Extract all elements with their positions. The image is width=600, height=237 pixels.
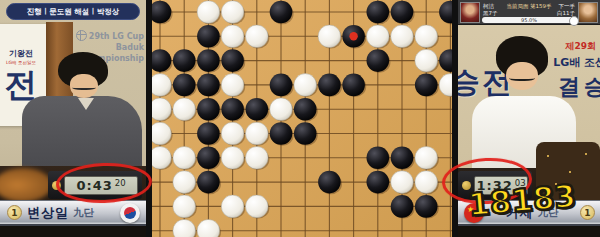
left-seat-badge: 1 [7,205,22,220]
left-bottom-strip [0,226,146,237]
event-edition: 제29회 [565,40,596,53]
right-seat-badge: 1 [580,205,595,220]
right-player-glasses [509,74,535,81]
event-final-word: 결승 [558,72,600,102]
ai-winrate-bar: 柯洁 黑7子 当前局面 第159手 下一手 白11子 95.0% [458,0,600,25]
cup-line1: 29th LG Cup [89,32,144,41]
ai-bar-right-photo [578,2,598,23]
left-player-rank: 九단 [73,206,94,220]
left-name-bar: 1 변상일 九단 [0,200,146,226]
go-board [152,0,452,237]
left-player-panel: 기왕전 LG배 조선일보 전 29th LG Cup Baduk Champio… [0,0,146,237]
board-panel [152,0,452,237]
ai-bar-right-text: 下一手 白11子 [557,3,575,16]
ai-winrate-progress: 95.0% [482,17,576,23]
left-player-name: 변상일 [27,204,69,222]
south-korea-flag-icon [120,203,140,223]
left-player-glasses [72,84,96,90]
globe-icon [76,30,87,41]
host-commentator-banner: 진행ㅣ문도원 해설ㅣ박정상 [6,3,140,20]
event-cup-line: LG배 조선 [553,55,600,70]
broadcast-frame: 기왕전 LG배 조선일보 전 29th LG Cup Baduk Champio… [0,0,600,237]
poster-title: 기왕전 [0,48,46,59]
right-bottom-strip [458,226,600,237]
